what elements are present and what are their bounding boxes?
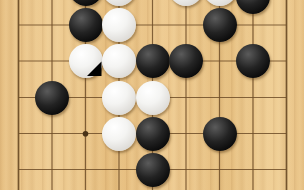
stone-grid xyxy=(2,0,304,189)
stone-black xyxy=(69,0,103,6)
stone-white xyxy=(102,81,136,115)
go-board[interactable] xyxy=(0,0,304,190)
stone-white xyxy=(102,8,136,42)
stone-black xyxy=(136,117,170,151)
stone-black xyxy=(203,8,237,42)
stone-white xyxy=(203,0,237,6)
stone-black xyxy=(136,153,170,187)
stone-white xyxy=(136,81,170,115)
stone-black xyxy=(203,117,237,151)
triangle-marker xyxy=(87,61,102,76)
stone-white xyxy=(102,0,136,6)
stone-black xyxy=(236,44,270,78)
stone-white xyxy=(102,44,136,78)
stone-black xyxy=(69,8,103,42)
stone-black xyxy=(236,0,270,14)
stone-black xyxy=(136,44,170,78)
stone-white xyxy=(102,117,136,151)
stone-white xyxy=(169,0,203,6)
stone-white xyxy=(69,44,103,78)
stone-black xyxy=(35,81,69,115)
stone-black xyxy=(169,44,203,78)
